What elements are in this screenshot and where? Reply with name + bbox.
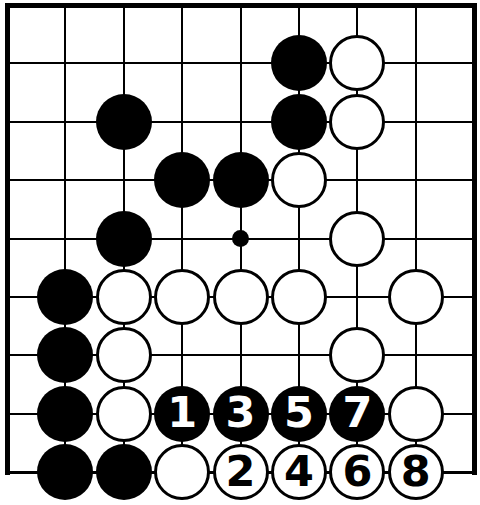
- intersection-r0c7[interactable]: [387, 0, 445, 34]
- intersection-r4c8[interactable]: [445, 209, 480, 267]
- white-stone-move-2: 2: [213, 444, 269, 500]
- white-stone-move-8: 8: [388, 444, 444, 500]
- intersection-r5c0[interactable]: [0, 268, 36, 326]
- black-stone: [96, 444, 152, 500]
- intersection-r7c0[interactable]: [0, 385, 36, 443]
- intersection-r5c6[interactable]: [328, 268, 386, 326]
- intersection-r4c5[interactable]: [270, 209, 328, 267]
- intersection-r3c8[interactable]: [445, 151, 480, 209]
- intersection-r1c8[interactable]: [445, 34, 480, 92]
- intersection-r1c0[interactable]: [0, 34, 36, 92]
- intersection-r6c4[interactable]: [211, 326, 269, 384]
- move-number: 4: [284, 450, 314, 493]
- black-stone: [37, 269, 93, 325]
- intersection-r8c6[interactable]: 6: [328, 443, 386, 501]
- white-stone: [154, 269, 210, 325]
- intersection-r8c3[interactable]: [153, 443, 211, 501]
- intersection-r2c3[interactable]: [153, 93, 211, 151]
- intersection-r0c1[interactable]: [36, 0, 94, 34]
- move-number: 7: [342, 391, 372, 434]
- black-stone: [37, 327, 93, 383]
- intersection-r2c2[interactable]: [95, 93, 153, 151]
- intersection-r3c3[interactable]: [153, 151, 211, 209]
- intersection-r8c0[interactable]: [0, 443, 36, 501]
- black-stone: [37, 386, 93, 442]
- intersection-r7c8[interactable]: [445, 385, 480, 443]
- intersection-r3c7[interactable]: [387, 151, 445, 209]
- intersection-r5c3[interactable]: [153, 268, 211, 326]
- intersection-r1c3[interactable]: [153, 34, 211, 92]
- black-stone: [37, 444, 93, 500]
- intersection-r6c2[interactable]: [95, 326, 153, 384]
- intersection-r1c5[interactable]: [270, 34, 328, 92]
- move-number: 1: [167, 391, 197, 434]
- intersection-r2c1[interactable]: [36, 93, 94, 151]
- intersection-r0c5[interactable]: [270, 0, 328, 34]
- black-stone: [271, 94, 327, 150]
- intersection-r7c6[interactable]: 7: [328, 385, 386, 443]
- move-number: 3: [226, 391, 256, 434]
- intersection-r6c5[interactable]: [270, 326, 328, 384]
- intersection-r3c2[interactable]: [95, 151, 153, 209]
- intersection-r0c6[interactable]: [328, 0, 386, 34]
- intersection-r0c2[interactable]: [95, 0, 153, 34]
- white-stone: [388, 386, 444, 442]
- intersection-r7c2[interactable]: [95, 385, 153, 443]
- black-stone: [96, 211, 152, 267]
- intersection-r1c2[interactable]: [95, 34, 153, 92]
- intersection-r2c7[interactable]: [387, 93, 445, 151]
- intersection-r8c7[interactable]: 8: [387, 443, 445, 501]
- intersection-r4c0[interactable]: [0, 209, 36, 267]
- move-number: 8: [401, 450, 431, 493]
- white-stone: [154, 444, 210, 500]
- intersection-r1c6[interactable]: [328, 34, 386, 92]
- intersection-r8c5[interactable]: 4: [270, 443, 328, 501]
- intersection-r8c8[interactable]: [445, 443, 480, 501]
- intersection-r5c7[interactable]: [387, 268, 445, 326]
- intersection-r2c5[interactable]: [270, 93, 328, 151]
- intersection-r1c7[interactable]: [387, 34, 445, 92]
- intersection-r4c6[interactable]: [328, 209, 386, 267]
- intersection-r8c2[interactable]: [95, 443, 153, 501]
- white-stone: [271, 269, 327, 325]
- intersection-r7c3[interactable]: 1: [153, 385, 211, 443]
- intersection-r2c0[interactable]: [0, 93, 36, 151]
- intersection-r3c4[interactable]: [211, 151, 269, 209]
- intersection-r7c5[interactable]: 5: [270, 385, 328, 443]
- intersection-r6c3[interactable]: [153, 326, 211, 384]
- intersection-r0c4[interactable]: [211, 0, 269, 34]
- intersection-r8c4[interactable]: 2: [211, 443, 269, 501]
- move-number: 2: [226, 450, 256, 493]
- white-stone-move-4: 4: [271, 444, 327, 500]
- move-number: 6: [342, 450, 372, 493]
- intersection-r5c5[interactable]: [270, 268, 328, 326]
- black-stone-move-7: 7: [329, 386, 385, 442]
- intersection-r5c4[interactable]: [211, 268, 269, 326]
- intersection-r4c1[interactable]: [36, 209, 94, 267]
- white-stone: [329, 35, 385, 91]
- white-stone: [329, 94, 385, 150]
- intersection-r3c5[interactable]: [270, 151, 328, 209]
- intersection-r3c1[interactable]: [36, 151, 94, 209]
- intersection-r3c0[interactable]: [0, 151, 36, 209]
- intersection-r2c8[interactable]: [445, 93, 480, 151]
- intersection-r2c4[interactable]: [211, 93, 269, 151]
- white-stone: [96, 327, 152, 383]
- intersection-r3c6[interactable]: [328, 151, 386, 209]
- intersection-r6c8[interactable]: [445, 326, 480, 384]
- black-stone: [213, 152, 269, 208]
- go-board[interactable]: 13572468: [0, 0, 480, 501]
- intersection-r6c6[interactable]: [328, 326, 386, 384]
- black-stone-move-1: 1: [154, 386, 210, 442]
- white-stone: [96, 269, 152, 325]
- intersection-r2c6[interactable]: [328, 93, 386, 151]
- intersection-r0c3[interactable]: [153, 0, 211, 34]
- intersection-r1c1[interactable]: [36, 34, 94, 92]
- intersection-r0c0[interactable]: [0, 0, 36, 34]
- intersection-r5c2[interactable]: [95, 268, 153, 326]
- intersection-r6c7[interactable]: [387, 326, 445, 384]
- intersection-r7c4[interactable]: 3: [211, 385, 269, 443]
- white-stone: [388, 269, 444, 325]
- black-stone-move-5: 5: [271, 386, 327, 442]
- intersection-r6c0[interactable]: [0, 326, 36, 384]
- white-stone: [329, 211, 385, 267]
- go-diagram: 13572468: [0, 0, 480, 505]
- white-stone: [96, 386, 152, 442]
- black-stone-move-3: 3: [213, 386, 269, 442]
- intersection-r7c1[interactable]: [36, 385, 94, 443]
- intersection-r8c1[interactable]: [36, 443, 94, 501]
- white-stone: [213, 269, 269, 325]
- intersection-r1c4[interactable]: [211, 34, 269, 92]
- move-number: 5: [284, 391, 314, 434]
- black-stone: [154, 152, 210, 208]
- white-stone-move-6: 6: [329, 444, 385, 500]
- intersection-r6c1[interactable]: [36, 326, 94, 384]
- intersection-r5c8[interactable]: [445, 268, 480, 326]
- black-stone: [96, 94, 152, 150]
- intersection-r5c1[interactable]: [36, 268, 94, 326]
- white-stone: [271, 152, 327, 208]
- intersection-r7c7[interactable]: [387, 385, 445, 443]
- intersection-r4c3[interactable]: [153, 209, 211, 267]
- intersection-r0c8[interactable]: [445, 0, 480, 34]
- intersection-r4c4[interactable]: [211, 209, 269, 267]
- black-stone: [271, 35, 327, 91]
- intersection-r4c2[interactable]: [95, 209, 153, 267]
- intersection-r4c7[interactable]: [387, 209, 445, 267]
- white-stone: [329, 327, 385, 383]
